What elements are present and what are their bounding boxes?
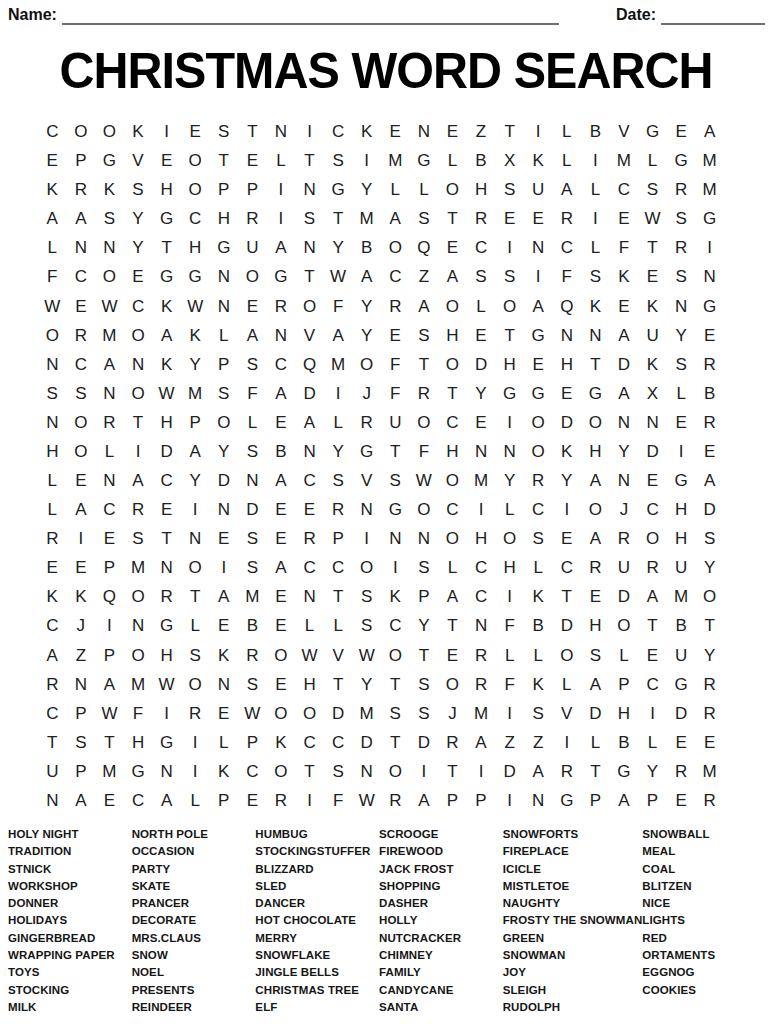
grid-cell[interactable]: R: [181, 699, 210, 728]
grid-cell[interactable]: S: [667, 204, 696, 233]
grid-cell[interactable]: K: [581, 292, 610, 321]
grid-cell[interactable]: N: [610, 466, 639, 495]
grid-cell[interactable]: T: [324, 670, 353, 699]
grid-cell[interactable]: V: [324, 641, 353, 670]
grid-cell[interactable]: A: [438, 262, 467, 291]
grid-cell[interactable]: Y: [610, 437, 639, 466]
grid-cell[interactable]: S: [352, 582, 381, 611]
grid-cell[interactable]: O: [181, 553, 210, 582]
grid-cell[interactable]: E: [695, 728, 724, 757]
grid-cell[interactable]: G: [181, 262, 210, 291]
grid-cell[interactable]: L: [267, 146, 296, 175]
grid-cell[interactable]: M: [381, 146, 410, 175]
grid-cell[interactable]: L: [238, 408, 267, 437]
grid-cell[interactable]: P: [438, 786, 467, 815]
grid-cell[interactable]: K: [381, 582, 410, 611]
grid-cell[interactable]: M: [95, 757, 124, 786]
grid-cell[interactable]: Y: [124, 204, 153, 233]
grid-cell[interactable]: G: [152, 611, 181, 640]
grid-cell[interactable]: L: [324, 408, 353, 437]
grid-cell[interactable]: B: [581, 117, 610, 146]
grid-cell[interactable]: O: [524, 437, 553, 466]
grid-cell[interactable]: C: [381, 611, 410, 640]
grid-cell[interactable]: Y: [695, 641, 724, 670]
grid-cell[interactable]: O: [638, 524, 667, 553]
grid-cell[interactable]: M: [467, 699, 496, 728]
grid-cell[interactable]: S: [238, 553, 267, 582]
grid-cell[interactable]: E: [124, 262, 153, 291]
grid-cell[interactable]: A: [267, 233, 296, 262]
grid-cell[interactable]: H: [152, 641, 181, 670]
grid-cell[interactable]: C: [638, 495, 667, 524]
grid-cell[interactable]: N: [38, 408, 67, 437]
grid-cell[interactable]: E: [695, 321, 724, 350]
grid-cell[interactable]: K: [267, 728, 296, 757]
grid-cell[interactable]: W: [238, 699, 267, 728]
grid-cell[interactable]: W: [324, 262, 353, 291]
grid-cell[interactable]: A: [553, 175, 582, 204]
grid-cell[interactable]: C: [295, 553, 324, 582]
grid-cell[interactable]: F: [324, 786, 353, 815]
grid-cell[interactable]: O: [67, 408, 96, 437]
grid-cell[interactable]: T: [581, 757, 610, 786]
grid-cell[interactable]: I: [581, 204, 610, 233]
grid-cell[interactable]: R: [467, 670, 496, 699]
grid-cell[interactable]: T: [124, 408, 153, 437]
grid-cell[interactable]: G: [667, 466, 696, 495]
grid-cell[interactable]: L: [381, 175, 410, 204]
grid-cell[interactable]: A: [210, 582, 239, 611]
grid-cell[interactable]: P: [238, 175, 267, 204]
grid-cell[interactable]: T: [381, 670, 410, 699]
grid-cell[interactable]: A: [67, 495, 96, 524]
grid-cell[interactable]: K: [610, 262, 639, 291]
grid-cell[interactable]: E: [38, 146, 67, 175]
grid-cell[interactable]: T: [152, 233, 181, 262]
grid-cell[interactable]: G: [524, 379, 553, 408]
grid-cell[interactable]: N: [638, 408, 667, 437]
grid-cell[interactable]: E: [67, 466, 96, 495]
grid-cell[interactable]: A: [238, 321, 267, 350]
grid-cell[interactable]: S: [238, 670, 267, 699]
grid-cell[interactable]: S: [410, 699, 439, 728]
grid-cell[interactable]: N: [38, 786, 67, 815]
grid-cell[interactable]: C: [38, 699, 67, 728]
grid-cell[interactable]: R: [524, 466, 553, 495]
grid-cell[interactable]: U: [638, 321, 667, 350]
grid-cell[interactable]: S: [524, 699, 553, 728]
grid-cell[interactable]: L: [581, 175, 610, 204]
grid-cell[interactable]: S: [667, 350, 696, 379]
grid-cell[interactable]: P: [238, 728, 267, 757]
grid-cell[interactable]: S: [324, 466, 353, 495]
grid-cell[interactable]: R: [610, 524, 639, 553]
grid-cell[interactable]: A: [610, 379, 639, 408]
grid-cell[interactable]: I: [667, 437, 696, 466]
grid-cell[interactable]: M: [352, 204, 381, 233]
grid-cell[interactable]: W: [95, 292, 124, 321]
grid-cell[interactable]: S: [524, 524, 553, 553]
grid-cell[interactable]: E: [610, 292, 639, 321]
grid-cell[interactable]: B: [267, 437, 296, 466]
grid-cell[interactable]: M: [695, 146, 724, 175]
grid-cell[interactable]: I: [324, 379, 353, 408]
grid-cell[interactable]: G: [410, 146, 439, 175]
grid-cell[interactable]: L: [38, 233, 67, 262]
grid-cell[interactable]: R: [38, 670, 67, 699]
grid-cell[interactable]: G: [152, 204, 181, 233]
grid-cell[interactable]: G: [124, 757, 153, 786]
grid-cell[interactable]: L: [467, 292, 496, 321]
grid-cell[interactable]: G: [581, 379, 610, 408]
grid-cell[interactable]: Q: [553, 292, 582, 321]
grid-cell[interactable]: C: [38, 611, 67, 640]
grid-cell[interactable]: S: [410, 321, 439, 350]
grid-cell[interactable]: P: [210, 350, 239, 379]
grid-cell[interactable]: U: [381, 408, 410, 437]
grid-cell[interactable]: R: [267, 292, 296, 321]
grid-cell[interactable]: B: [467, 146, 496, 175]
grid-cell[interactable]: T: [495, 321, 524, 350]
grid-cell[interactable]: F: [495, 611, 524, 640]
grid-cell[interactable]: F: [610, 233, 639, 262]
grid-cell[interactable]: T: [581, 350, 610, 379]
grid-cell[interactable]: M: [124, 670, 153, 699]
grid-cell[interactable]: B: [352, 233, 381, 262]
grid-cell[interactable]: R: [95, 408, 124, 437]
grid-cell[interactable]: L: [638, 728, 667, 757]
grid-cell[interactable]: N: [410, 524, 439, 553]
grid-cell[interactable]: C: [95, 495, 124, 524]
grid-cell[interactable]: C: [295, 466, 324, 495]
grid-cell[interactable]: J: [610, 495, 639, 524]
grid-cell[interactable]: I: [267, 175, 296, 204]
grid-cell[interactable]: A: [695, 466, 724, 495]
grid-cell[interactable]: O: [495, 524, 524, 553]
grid-cell[interactable]: N: [238, 466, 267, 495]
grid-cell[interactable]: E: [152, 146, 181, 175]
grid-cell[interactable]: T: [438, 611, 467, 640]
grid-cell[interactable]: C: [67, 262, 96, 291]
grid-cell[interactable]: L: [324, 611, 353, 640]
grid-cell[interactable]: D: [352, 728, 381, 757]
grid-cell[interactable]: K: [524, 582, 553, 611]
grid-cell[interactable]: A: [295, 408, 324, 437]
grid-cell[interactable]: M: [695, 757, 724, 786]
grid-cell[interactable]: H: [581, 437, 610, 466]
grid-cell[interactable]: O: [352, 553, 381, 582]
grid-cell[interactable]: Y: [324, 437, 353, 466]
grid-cell[interactable]: I: [95, 611, 124, 640]
grid-cell[interactable]: H: [38, 437, 67, 466]
grid-cell[interactable]: E: [553, 379, 582, 408]
grid-cell[interactable]: L: [210, 728, 239, 757]
date-input-line[interactable]: [661, 8, 765, 25]
grid-cell[interactable]: R: [152, 582, 181, 611]
grid-cell[interactable]: C: [467, 233, 496, 262]
grid-cell[interactable]: S: [238, 437, 267, 466]
grid-cell[interactable]: N: [210, 670, 239, 699]
grid-cell[interactable]: N: [695, 262, 724, 291]
grid-cell[interactable]: N: [495, 437, 524, 466]
grid-cell[interactable]: N: [181, 524, 210, 553]
grid-cell[interactable]: R: [267, 786, 296, 815]
grid-cell[interactable]: C: [124, 292, 153, 321]
grid-cell[interactable]: S: [67, 728, 96, 757]
grid-cell[interactable]: O: [438, 670, 467, 699]
grid-cell[interactable]: I: [467, 495, 496, 524]
grid-cell[interactable]: B: [238, 611, 267, 640]
grid-cell[interactable]: O: [181, 175, 210, 204]
grid-cell[interactable]: G: [495, 379, 524, 408]
grid-cell[interactable]: A: [438, 582, 467, 611]
grid-cell[interactable]: Z: [467, 117, 496, 146]
grid-cell[interactable]: C: [295, 728, 324, 757]
grid-cell[interactable]: Y: [210, 437, 239, 466]
grid-cell[interactable]: O: [267, 699, 296, 728]
grid-cell[interactable]: O: [95, 262, 124, 291]
grid-cell[interactable]: S: [410, 670, 439, 699]
grid-cell[interactable]: Z: [495, 728, 524, 757]
grid-cell[interactable]: I: [181, 495, 210, 524]
grid-cell[interactable]: L: [181, 611, 210, 640]
grid-cell[interactable]: G: [352, 437, 381, 466]
grid-cell[interactable]: A: [67, 204, 96, 233]
grid-cell[interactable]: S: [210, 117, 239, 146]
grid-cell[interactable]: W: [38, 292, 67, 321]
grid-cell[interactable]: X: [495, 146, 524, 175]
grid-cell[interactable]: H: [152, 408, 181, 437]
grid-cell[interactable]: E: [638, 641, 667, 670]
grid-cell[interactable]: R: [238, 204, 267, 233]
grid-cell[interactable]: N: [210, 292, 239, 321]
grid-cell[interactable]: O: [610, 611, 639, 640]
grid-cell[interactable]: K: [524, 670, 553, 699]
grid-cell[interactable]: D: [638, 437, 667, 466]
grid-cell[interactable]: C: [553, 233, 582, 262]
grid-cell[interactable]: O: [38, 321, 67, 350]
grid-cell[interactable]: E: [210, 611, 239, 640]
grid-cell[interactable]: C: [67, 350, 96, 379]
grid-cell[interactable]: T: [438, 757, 467, 786]
grid-cell[interactable]: R: [467, 641, 496, 670]
grid-cell[interactable]: Q: [410, 233, 439, 262]
grid-cell[interactable]: P: [610, 670, 639, 699]
grid-cell[interactable]: H: [438, 321, 467, 350]
grid-cell[interactable]: Y: [352, 670, 381, 699]
grid-cell[interactable]: G: [667, 670, 696, 699]
grid-cell[interactable]: D: [152, 437, 181, 466]
grid-cell[interactable]: E: [295, 495, 324, 524]
grid-cell[interactable]: D: [553, 611, 582, 640]
grid-cell[interactable]: C: [553, 553, 582, 582]
grid-cell[interactable]: Z: [410, 262, 439, 291]
grid-cell[interactable]: C: [324, 728, 353, 757]
grid-cell[interactable]: H: [495, 350, 524, 379]
grid-cell[interactable]: U: [667, 553, 696, 582]
grid-cell[interactable]: I: [352, 524, 381, 553]
grid-cell[interactable]: I: [495, 233, 524, 262]
grid-cell[interactable]: D: [610, 350, 639, 379]
grid-cell[interactable]: P: [410, 582, 439, 611]
grid-cell[interactable]: S: [210, 379, 239, 408]
grid-cell[interactable]: D: [667, 699, 696, 728]
grid-cell[interactable]: O: [238, 262, 267, 291]
grid-cell[interactable]: R: [695, 786, 724, 815]
grid-cell[interactable]: T: [553, 582, 582, 611]
grid-cell[interactable]: I: [495, 582, 524, 611]
grid-cell[interactable]: R: [67, 175, 96, 204]
grid-cell[interactable]: A: [410, 786, 439, 815]
grid-cell[interactable]: N: [38, 350, 67, 379]
grid-cell[interactable]: H: [124, 728, 153, 757]
grid-cell[interactable]: E: [524, 204, 553, 233]
grid-cell[interactable]: F: [381, 350, 410, 379]
grid-cell[interactable]: Y: [324, 233, 353, 262]
grid-cell[interactable]: K: [181, 321, 210, 350]
grid-cell[interactable]: R: [124, 495, 153, 524]
grid-cell[interactable]: A: [67, 786, 96, 815]
grid-cell[interactable]: D: [410, 728, 439, 757]
grid-cell[interactable]: S: [581, 641, 610, 670]
grid-cell[interactable]: K: [124, 117, 153, 146]
grid-cell[interactable]: S: [352, 611, 381, 640]
grid-cell[interactable]: F: [410, 437, 439, 466]
grid-cell[interactable]: N: [267, 321, 296, 350]
grid-cell[interactable]: I: [553, 728, 582, 757]
grid-cell[interactable]: C: [181, 204, 210, 233]
grid-cell[interactable]: E: [381, 117, 410, 146]
grid-cell[interactable]: A: [410, 292, 439, 321]
grid-cell[interactable]: Y: [352, 321, 381, 350]
grid-cell[interactable]: W: [295, 641, 324, 670]
grid-cell[interactable]: L: [295, 611, 324, 640]
grid-cell[interactable]: O: [438, 466, 467, 495]
grid-cell[interactable]: A: [267, 466, 296, 495]
grid-cell[interactable]: N: [124, 350, 153, 379]
grid-cell[interactable]: E: [667, 408, 696, 437]
grid-cell[interactable]: H: [553, 350, 582, 379]
grid-cell[interactable]: K: [38, 175, 67, 204]
grid-cell[interactable]: P: [581, 786, 610, 815]
grid-cell[interactable]: K: [67, 582, 96, 611]
grid-cell[interactable]: L: [553, 117, 582, 146]
grid-cell[interactable]: A: [524, 292, 553, 321]
grid-cell[interactable]: E: [238, 786, 267, 815]
grid-cell[interactable]: H: [610, 699, 639, 728]
grid-cell[interactable]: R: [638, 553, 667, 582]
grid-cell[interactable]: C: [267, 350, 296, 379]
grid-cell[interactable]: S: [67, 379, 96, 408]
grid-cell[interactable]: L: [638, 146, 667, 175]
grid-cell[interactable]: F: [381, 379, 410, 408]
grid-cell[interactable]: D: [295, 379, 324, 408]
grid-cell[interactable]: V: [124, 146, 153, 175]
grid-cell[interactable]: L: [95, 437, 124, 466]
grid-cell[interactable]: R: [352, 408, 381, 437]
grid-cell[interactable]: E: [210, 699, 239, 728]
grid-cell[interactable]: S: [667, 262, 696, 291]
grid-cell[interactable]: Y: [467, 379, 496, 408]
grid-cell[interactable]: E: [238, 292, 267, 321]
grid-cell[interactable]: N: [553, 321, 582, 350]
grid-cell[interactable]: M: [238, 582, 267, 611]
grid-cell[interactable]: E: [38, 553, 67, 582]
grid-cell[interactable]: C: [467, 582, 496, 611]
grid-cell[interactable]: F: [38, 262, 67, 291]
grid-cell[interactable]: D: [238, 495, 267, 524]
grid-cell[interactable]: N: [467, 611, 496, 640]
grid-cell[interactable]: N: [467, 437, 496, 466]
grid-cell[interactable]: I: [581, 146, 610, 175]
grid-cell[interactable]: T: [238, 117, 267, 146]
grid-cell[interactable]: R: [667, 757, 696, 786]
grid-cell[interactable]: T: [438, 204, 467, 233]
grid-cell[interactable]: A: [610, 321, 639, 350]
grid-cell[interactable]: Q: [95, 582, 124, 611]
grid-cell[interactable]: S: [95, 204, 124, 233]
grid-cell[interactable]: E: [267, 582, 296, 611]
grid-cell[interactable]: M: [124, 553, 153, 582]
grid-cell[interactable]: J: [438, 699, 467, 728]
grid-cell[interactable]: R: [695, 408, 724, 437]
grid-cell[interactable]: A: [581, 670, 610, 699]
grid-cell[interactable]: G: [553, 786, 582, 815]
grid-cell[interactable]: U: [238, 233, 267, 262]
grid-cell[interactable]: V: [352, 466, 381, 495]
grid-cell[interactable]: G: [695, 292, 724, 321]
grid-cell[interactable]: A: [524, 757, 553, 786]
grid-cell[interactable]: E: [553, 524, 582, 553]
grid-cell[interactable]: K: [210, 641, 239, 670]
grid-cell[interactable]: P: [210, 175, 239, 204]
grid-cell[interactable]: E: [267, 611, 296, 640]
grid-cell[interactable]: W: [352, 786, 381, 815]
grid-cell[interactable]: H: [181, 233, 210, 262]
grid-cell[interactable]: P: [67, 757, 96, 786]
grid-cell[interactable]: T: [324, 204, 353, 233]
grid-cell[interactable]: D: [324, 699, 353, 728]
grid-cell[interactable]: S: [295, 204, 324, 233]
grid-cell[interactable]: O: [381, 641, 410, 670]
grid-cell[interactable]: T: [638, 611, 667, 640]
grid-cell[interactable]: C: [324, 117, 353, 146]
grid-cell[interactable]: S: [381, 466, 410, 495]
grid-cell[interactable]: L: [553, 146, 582, 175]
grid-cell[interactable]: A: [267, 553, 296, 582]
grid-cell[interactable]: D: [553, 408, 582, 437]
grid-cell[interactable]: D: [467, 350, 496, 379]
grid-cell[interactable]: T: [695, 611, 724, 640]
grid-cell[interactable]: R: [467, 204, 496, 233]
grid-cell[interactable]: O: [410, 408, 439, 437]
grid-cell[interactable]: C: [438, 408, 467, 437]
grid-cell[interactable]: L: [610, 641, 639, 670]
grid-cell[interactable]: E: [467, 321, 496, 350]
grid-cell[interactable]: V: [610, 117, 639, 146]
grid-cell[interactable]: E: [667, 728, 696, 757]
grid-cell[interactable]: R: [667, 175, 696, 204]
grid-cell[interactable]: D: [610, 582, 639, 611]
grid-cell[interactable]: A: [381, 204, 410, 233]
grid-cell[interactable]: N: [295, 582, 324, 611]
grid-cell[interactable]: L: [581, 728, 610, 757]
grid-cell[interactable]: T: [295, 757, 324, 786]
grid-cell[interactable]: R: [553, 204, 582, 233]
grid-cell[interactable]: H: [467, 524, 496, 553]
grid-cell[interactable]: O: [352, 350, 381, 379]
grid-cell[interactable]: L: [210, 321, 239, 350]
